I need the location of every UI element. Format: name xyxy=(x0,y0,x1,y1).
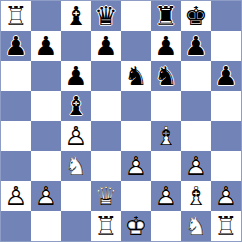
square-e8[interactable] xyxy=(121,1,151,31)
white-bishop: ♝♗ xyxy=(151,121,181,151)
square-h5[interactable] xyxy=(211,91,241,121)
square-f8[interactable]: ♜ xyxy=(151,1,181,31)
square-h3[interactable] xyxy=(211,151,241,181)
white-pawn: ♟♙ xyxy=(121,151,151,181)
white-pawn: ♟♙ xyxy=(211,181,241,211)
black-pawn: ♟ xyxy=(1,31,31,61)
square-a1[interactable] xyxy=(1,211,31,241)
square-f1[interactable] xyxy=(151,211,181,241)
square-e7[interactable] xyxy=(121,31,151,61)
square-a2[interactable]: ♟♙ xyxy=(1,181,31,211)
square-c6[interactable]: ♟ xyxy=(61,61,91,91)
square-f7[interactable]: ♟ xyxy=(151,31,181,61)
black-pawn: ♟ xyxy=(31,31,61,61)
square-b2[interactable]: ♟♙ xyxy=(31,181,61,211)
square-a7[interactable]: ♟ xyxy=(1,31,31,61)
black-pawn: ♟ xyxy=(181,31,211,61)
square-b6[interactable] xyxy=(31,61,61,91)
square-h1[interactable]: ♜♖ xyxy=(211,211,241,241)
square-f5[interactable] xyxy=(151,91,181,121)
square-g2[interactable]: ♝♗ xyxy=(181,181,211,211)
square-a4[interactable] xyxy=(1,121,31,151)
square-a3[interactable] xyxy=(1,151,31,181)
black-bishop: ♝ xyxy=(61,1,91,31)
square-g4[interactable] xyxy=(181,121,211,151)
square-g3[interactable]: ♟♙ xyxy=(181,151,211,181)
square-c2[interactable] xyxy=(61,181,91,211)
black-bishop: ♝ xyxy=(61,91,91,121)
white-knight: ♞♘ xyxy=(181,211,211,241)
white-rook: ♜♖ xyxy=(1,1,31,31)
black-pawn: ♟ xyxy=(211,61,241,91)
square-c5[interactable]: ♝ xyxy=(61,91,91,121)
square-d1[interactable]: ♜♖ xyxy=(91,211,121,241)
white-rook: ♜♖ xyxy=(91,211,121,241)
black-knight: ♞ xyxy=(151,61,181,91)
square-h6[interactable]: ♟ xyxy=(211,61,241,91)
square-f3[interactable] xyxy=(151,151,181,181)
square-d7[interactable]: ♟ xyxy=(91,31,121,61)
square-b8[interactable] xyxy=(31,1,61,31)
square-e4[interactable] xyxy=(121,121,151,151)
black-pawn: ♟ xyxy=(151,31,181,61)
square-b7[interactable]: ♟ xyxy=(31,31,61,61)
square-g8[interactable]: ♚ xyxy=(181,1,211,31)
square-a5[interactable] xyxy=(1,91,31,121)
white-bishop: ♝♗ xyxy=(181,181,211,211)
square-b3[interactable] xyxy=(31,151,61,181)
square-a8[interactable]: ♜♖ xyxy=(1,1,31,31)
square-c3[interactable]: ♞♘ xyxy=(61,151,91,181)
white-king: ♚♔ xyxy=(121,211,151,241)
black-king: ♚ xyxy=(181,1,211,31)
square-d2[interactable]: ♛♕ xyxy=(91,181,121,211)
square-b4[interactable] xyxy=(31,121,61,151)
square-d3[interactable] xyxy=(91,151,121,181)
square-e2[interactable] xyxy=(121,181,151,211)
black-pawn: ♟ xyxy=(61,61,91,91)
square-g7[interactable]: ♟ xyxy=(181,31,211,61)
white-pawn: ♟♙ xyxy=(181,151,211,181)
square-f6[interactable]: ♞ xyxy=(151,61,181,91)
black-queen: ♛ xyxy=(91,1,121,31)
white-rook: ♜♖ xyxy=(211,211,241,241)
white-pawn: ♟♙ xyxy=(61,121,91,151)
white-pawn: ♟♙ xyxy=(151,181,181,211)
square-h7[interactable] xyxy=(211,31,241,61)
square-e1[interactable]: ♚♔ xyxy=(121,211,151,241)
square-g5[interactable] xyxy=(181,91,211,121)
square-c8[interactable]: ♝ xyxy=(61,1,91,31)
square-h4[interactable] xyxy=(211,121,241,151)
white-knight: ♞♘ xyxy=(61,151,91,181)
square-e3[interactable]: ♟♙ xyxy=(121,151,151,181)
square-h2[interactable]: ♟♙ xyxy=(211,181,241,211)
square-e5[interactable] xyxy=(121,91,151,121)
chess-board: ♜♖♝♛♜♚♟♟♟♟♟♟♞♞♟♝♟♙♝♗♞♘♟♙♟♙♟♙♟♙♛♕♟♙♝♗♟♙♜♖… xyxy=(0,0,242,242)
square-f4[interactable]: ♝♗ xyxy=(151,121,181,151)
square-c1[interactable] xyxy=(61,211,91,241)
square-d8[interactable]: ♛ xyxy=(91,1,121,31)
square-h8[interactable] xyxy=(211,1,241,31)
square-c4[interactable]: ♟♙ xyxy=(61,121,91,151)
square-b1[interactable] xyxy=(31,211,61,241)
black-knight: ♞ xyxy=(121,61,151,91)
white-queen: ♛♕ xyxy=(91,181,121,211)
square-e6[interactable]: ♞ xyxy=(121,61,151,91)
square-a6[interactable] xyxy=(1,61,31,91)
square-c7[interactable] xyxy=(61,31,91,61)
square-d4[interactable] xyxy=(91,121,121,151)
square-b5[interactable] xyxy=(31,91,61,121)
square-d6[interactable] xyxy=(91,61,121,91)
square-g6[interactable] xyxy=(181,61,211,91)
black-rook: ♜ xyxy=(151,1,181,31)
square-d5[interactable] xyxy=(91,91,121,121)
square-g1[interactable]: ♞♘ xyxy=(181,211,211,241)
square-f2[interactable]: ♟♙ xyxy=(151,181,181,211)
white-pawn: ♟♙ xyxy=(31,181,61,211)
white-pawn: ♟♙ xyxy=(1,181,31,211)
black-pawn: ♟ xyxy=(91,31,121,61)
